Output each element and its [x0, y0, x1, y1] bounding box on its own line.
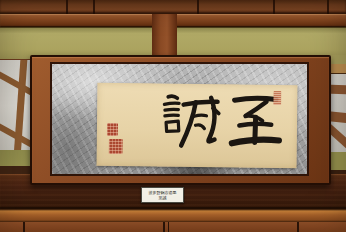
calligraphy-plaque-frame: 至誠 — [30, 55, 331, 185]
caption-plate: 波多野鶴吉遺墨 至誠 — [141, 187, 184, 203]
signature-seal-lower — [109, 139, 123, 154]
ceiling-plank-groove — [93, 0, 95, 14]
lattice-bar — [0, 71, 32, 100]
signature-text: 鶴堂 — [98, 83, 99, 84]
ceiling-plank-groove — [273, 0, 275, 14]
calligraphy-char-sei — [157, 92, 226, 157]
panel-divider — [23, 222, 25, 232]
ceiling-plank-groove — [197, 0, 199, 14]
bottom-door-panels — [0, 222, 346, 232]
panel-divider — [163, 222, 165, 232]
calligraphy-paper: 至誠 — [97, 83, 298, 168]
ceiling-planks — [0, 0, 346, 14]
center-post — [152, 14, 177, 58]
signature-seal-upper — [107, 123, 118, 136]
ceiling-plank-groove — [327, 0, 329, 14]
silver-leaf-ground: 至誠 — [50, 62, 309, 176]
shoji-screen-left — [0, 60, 32, 152]
caption-line2: 至誠 — [159, 195, 167, 200]
panel-divider — [168, 222, 169, 232]
room-photo: 至誠 — [0, 0, 346, 232]
signature-kakudo — [120, 101, 147, 153]
lower-wood-rail — [0, 207, 346, 223]
plaque-main-text: 至誠 — [98, 83, 99, 84]
ceiling-plank-groove — [66, 0, 68, 14]
top-right-relief-seal — [273, 91, 281, 105]
panel-divider — [297, 222, 299, 232]
